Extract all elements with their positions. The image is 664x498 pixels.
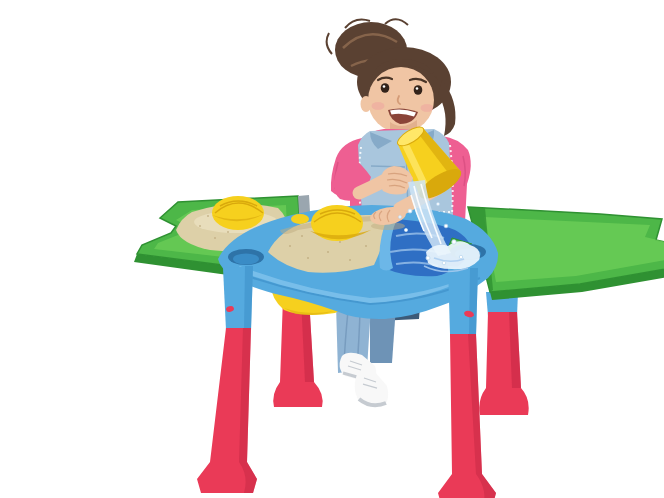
product-photo: [40, 16, 664, 498]
dome-mold: [212, 196, 264, 230]
right-eye: [414, 85, 423, 95]
left-eye: [381, 83, 390, 93]
back-right-leg: [479, 312, 528, 415]
side-hair-lock: [438, 80, 455, 136]
